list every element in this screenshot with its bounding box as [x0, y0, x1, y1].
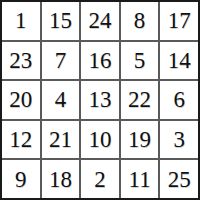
cell-r4c2: 21	[42, 121, 80, 159]
magic-square-diagram: 1152481723716514204132261221101939182112…	[0, 0, 200, 200]
cell-r4c3: 10	[81, 121, 119, 159]
cell-r3c5: 6	[160, 81, 198, 119]
cell-r2c4: 5	[121, 42, 159, 80]
cell-r3c3: 13	[81, 81, 119, 119]
cell-r2c2: 7	[42, 42, 80, 80]
cell-r3c2: 4	[42, 81, 80, 119]
cell-r5c2: 18	[42, 160, 80, 198]
cell-r2c5: 14	[160, 42, 198, 80]
cell-r1c2: 15	[42, 2, 80, 40]
cell-r3c1: 20	[2, 81, 40, 119]
cell-r5c3: 2	[81, 160, 119, 198]
cell-r1c5: 17	[160, 2, 198, 40]
cell-r1c4: 8	[121, 2, 159, 40]
cell-r4c1: 12	[2, 121, 40, 159]
cell-r5c1: 9	[2, 160, 40, 198]
cell-r1c1: 1	[2, 2, 40, 40]
magic-square-board: 1152481723716514204132261221101939182112…	[0, 0, 200, 200]
cell-r2c3: 16	[81, 42, 119, 80]
cell-r1c3: 24	[81, 2, 119, 40]
cell-r2c1: 23	[2, 42, 40, 80]
cell-r5c4: 11	[121, 160, 159, 198]
cell-r5c5: 25	[160, 160, 198, 198]
cell-r4c5: 3	[160, 121, 198, 159]
cell-r4c4: 19	[121, 121, 159, 159]
cell-r3c4: 22	[121, 81, 159, 119]
